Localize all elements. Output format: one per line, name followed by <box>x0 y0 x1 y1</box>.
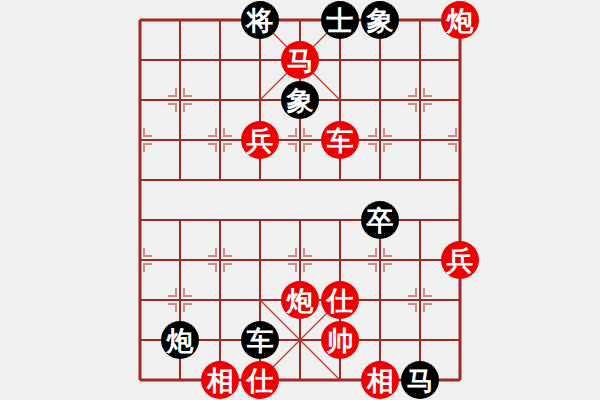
board-point: 士 <box>320 0 360 40</box>
board-point: 炮 <box>440 0 480 40</box>
xiangqi-app: 将士象炮马象兵车卒兵炮仕炮车帅相仕相马 <box>0 0 600 400</box>
piece-red-general[interactable]: 帅 <box>321 321 359 359</box>
piece-black-advisor[interactable]: 士 <box>321 1 359 39</box>
board-point: 仕 <box>240 360 280 400</box>
board-point: 马 <box>400 360 440 400</box>
piece-red-elephant[interactable]: 相 <box>201 361 239 399</box>
board-point: 炮 <box>280 280 320 320</box>
board-point: 卒 <box>360 200 400 240</box>
piece-red-elephant[interactable]: 相 <box>361 361 399 399</box>
board-point: 相 <box>200 360 240 400</box>
pieces-layer: 将士象炮马象兵车卒兵炮仕炮车帅相仕相马 <box>120 0 480 400</box>
piece-red-advisor[interactable]: 仕 <box>321 281 359 319</box>
piece-black-elephant[interactable]: 象 <box>281 81 319 119</box>
piece-black-soldier[interactable]: 卒 <box>361 201 399 239</box>
board-point: 车 <box>240 320 280 360</box>
board-point: 马 <box>280 40 320 80</box>
piece-red-cannon[interactable]: 炮 <box>441 1 479 39</box>
board-point: 车 <box>320 120 360 160</box>
piece-red-advisor[interactable]: 仕 <box>241 361 279 399</box>
board-point: 兵 <box>240 120 280 160</box>
board-point: 象 <box>280 80 320 120</box>
piece-black-elephant[interactable]: 象 <box>361 1 399 39</box>
board-point: 象 <box>360 0 400 40</box>
piece-red-soldier[interactable]: 兵 <box>241 121 279 159</box>
piece-black-general[interactable]: 将 <box>241 1 279 39</box>
piece-red-cannon[interactable]: 炮 <box>281 281 319 319</box>
piece-red-chariot[interactable]: 车 <box>321 121 359 159</box>
xiangqi-board[interactable]: 将士象炮马象兵车卒兵炮仕炮车帅相仕相马 <box>0 0 600 400</box>
board-point: 炮 <box>160 320 200 360</box>
piece-red-horse[interactable]: 马 <box>281 41 319 79</box>
piece-black-chariot[interactable]: 车 <box>241 321 279 359</box>
board-point: 仕 <box>320 280 360 320</box>
piece-black-cannon[interactable]: 炮 <box>161 321 199 359</box>
board-point: 将 <box>240 0 280 40</box>
board-point: 相 <box>360 360 400 400</box>
piece-red-soldier[interactable]: 兵 <box>441 241 479 279</box>
board-point: 兵 <box>440 240 480 280</box>
board-point: 帅 <box>320 320 360 360</box>
piece-black-horse[interactable]: 马 <box>401 361 439 399</box>
